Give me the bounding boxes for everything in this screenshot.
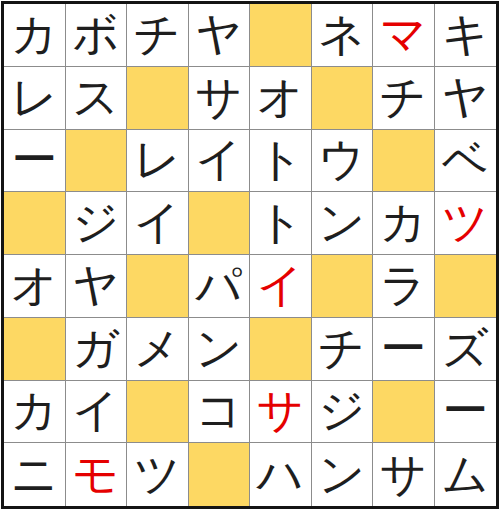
cell-letter: チ xyxy=(134,11,181,57)
letter-cell-r7c8[interactable]: ー xyxy=(435,381,497,444)
letter-cell-r7c2[interactable]: イ xyxy=(66,381,128,444)
cell-letter: ジ xyxy=(72,199,119,245)
letter-cell-r4c8[interactable]: ツ xyxy=(435,192,497,255)
cell-letter: オ xyxy=(11,262,58,308)
letter-cell-r5c1[interactable]: オ xyxy=(4,255,66,318)
letter-cell-r6c4[interactable]: ン xyxy=(189,318,251,381)
letter-cell-r6c3[interactable]: メ xyxy=(127,318,189,381)
cell-letter: ヤ xyxy=(195,11,242,57)
letter-cell-r1c1[interactable]: カ xyxy=(4,4,66,67)
letter-cell-r2c7[interactable]: チ xyxy=(373,67,435,130)
cell-letter: サ xyxy=(380,451,427,497)
cell-letter: ー xyxy=(442,387,488,433)
cell-letter: ト xyxy=(257,199,304,245)
cell-letter: ヤ xyxy=(72,262,119,308)
letter-cell-r3c4[interactable]: イ xyxy=(189,130,251,193)
letter-cell-r7c1[interactable]: カ xyxy=(4,381,66,444)
cell-letter: サ xyxy=(195,74,242,120)
letter-cell-r5c5[interactable]: イ xyxy=(250,255,312,318)
cell-letter: キ xyxy=(442,11,489,57)
letter-cell-r6c7[interactable]: ー xyxy=(373,318,435,381)
cell-letter: ズ xyxy=(442,325,489,371)
blocked-cell-r3c7 xyxy=(373,130,435,193)
cell-letter: オ xyxy=(257,74,304,120)
letter-cell-r7c5[interactable]: サ xyxy=(250,381,312,444)
blocked-cell-r4c4 xyxy=(189,192,251,255)
blocked-cell-r6c5 xyxy=(250,318,312,381)
cell-letter: イ xyxy=(72,387,119,433)
blocked-cell-r2c6 xyxy=(312,67,374,130)
cell-letter: ン xyxy=(318,199,365,245)
letter-cell-r1c6[interactable]: ネ xyxy=(312,4,374,67)
letter-cell-r8c1[interactable]: ニ xyxy=(4,443,66,506)
cell-letter: コ xyxy=(195,387,242,433)
letter-cell-r1c3[interactable]: チ xyxy=(127,4,189,67)
letter-cell-r3c1[interactable]: ー xyxy=(4,130,66,193)
cell-letter: ー xyxy=(380,325,426,371)
letter-cell-r8c6[interactable]: ン xyxy=(312,443,374,506)
letter-cell-r3c6[interactable]: ウ xyxy=(312,130,374,193)
letter-cell-r5c7[interactable]: ラ xyxy=(373,255,435,318)
blocked-cell-r5c8 xyxy=(435,255,497,318)
cell-letter: ネ xyxy=(318,11,365,57)
letter-cell-r1c7[interactable]: マ xyxy=(373,4,435,67)
cell-letter: イ xyxy=(257,262,304,308)
letter-cell-r2c8[interactable]: ヤ xyxy=(435,67,497,130)
blocked-cell-r7c3 xyxy=(127,381,189,444)
cell-letter: ツ xyxy=(442,199,489,245)
cell-letter: ガ xyxy=(72,325,119,371)
cell-letter: チ xyxy=(318,325,365,371)
letter-cell-r8c2[interactable]: モ xyxy=(66,443,128,506)
cell-letter: モ xyxy=(72,451,119,497)
cell-letter: ム xyxy=(442,451,489,497)
letter-cell-r2c4[interactable]: サ xyxy=(189,67,251,130)
letter-cell-r6c2[interactable]: ガ xyxy=(66,318,128,381)
blocked-cell-r3c2 xyxy=(66,130,128,193)
blocked-cell-r4c1 xyxy=(4,192,66,255)
cell-letter: カ xyxy=(11,11,58,57)
cell-letter: ト xyxy=(257,136,304,182)
cell-letter: ー xyxy=(11,136,57,182)
cell-letter: メ xyxy=(134,325,181,371)
cell-letter: ボ xyxy=(72,11,119,57)
letter-cell-r1c8[interactable]: キ xyxy=(435,4,497,67)
blocked-cell-r2c3 xyxy=(127,67,189,130)
blocked-cell-r6c1 xyxy=(4,318,66,381)
cell-letter: ハ xyxy=(257,451,304,497)
blocked-cell-r1c5 xyxy=(250,4,312,67)
cell-letter: ス xyxy=(72,74,119,120)
letter-cell-r8c7[interactable]: サ xyxy=(373,443,435,506)
cell-letter: ウ xyxy=(318,136,365,182)
letter-cell-r8c5[interactable]: ハ xyxy=(250,443,312,506)
letter-cell-r6c8[interactable]: ズ xyxy=(435,318,497,381)
letter-cell-r5c4[interactable]: パ xyxy=(189,255,251,318)
cell-letter: ニ xyxy=(11,451,58,497)
letter-cell-r3c8[interactable]: ベ xyxy=(435,130,497,193)
cell-letter: ジ xyxy=(318,387,365,433)
cell-letter: ラ xyxy=(380,262,427,308)
letter-cell-r3c3[interactable]: レ xyxy=(127,130,189,193)
cell-letter: サ xyxy=(257,387,304,433)
letter-cell-r1c4[interactable]: ヤ xyxy=(189,4,251,67)
cell-letter: マ xyxy=(380,11,427,57)
letter-cell-r4c3[interactable]: イ xyxy=(127,192,189,255)
letter-cell-r1c2[interactable]: ボ xyxy=(66,4,128,67)
blocked-cell-r5c6 xyxy=(312,255,374,318)
cell-letter: ヤ xyxy=(442,74,489,120)
cell-letter: ベ xyxy=(442,136,489,182)
letter-cell-r2c5[interactable]: オ xyxy=(250,67,312,130)
cell-letter: カ xyxy=(11,387,58,433)
cell-letter: レ xyxy=(11,74,58,120)
crossword-board: カボチヤネマキレスサオチヤーレイトウベジイトンカツオヤパイラガメンチーズカイコサ… xyxy=(1,1,499,509)
cell-letter: チ xyxy=(380,74,427,120)
letter-cell-r4c2[interactable]: ジ xyxy=(66,192,128,255)
letter-cell-r3c5[interactable]: ト xyxy=(250,130,312,193)
letter-cell-r4c5[interactable]: ト xyxy=(250,192,312,255)
cell-letter: イ xyxy=(195,136,242,182)
letter-cell-r6c6[interactable]: チ xyxy=(312,318,374,381)
letter-cell-r8c3[interactable]: ツ xyxy=(127,443,189,506)
cell-letter: パ xyxy=(195,262,242,308)
letter-cell-r5c2[interactable]: ヤ xyxy=(66,255,128,318)
cell-letter: イ xyxy=(134,199,181,245)
letter-cell-r7c4[interactable]: コ xyxy=(189,381,251,444)
blocked-cell-r5c3 xyxy=(127,255,189,318)
cell-letter: ツ xyxy=(134,451,181,497)
letter-cell-r8c8[interactable]: ム xyxy=(435,443,497,506)
letter-cell-r7c6[interactable]: ジ xyxy=(312,381,374,444)
cell-letter: カ xyxy=(380,199,427,245)
blocked-cell-r7c7 xyxy=(373,381,435,444)
cell-letter: ン xyxy=(195,325,242,371)
letter-cell-r2c2[interactable]: ス xyxy=(66,67,128,130)
letter-cell-r2c1[interactable]: レ xyxy=(4,67,66,130)
letter-cell-r4c6[interactable]: ン xyxy=(312,192,374,255)
blocked-cell-r8c4 xyxy=(189,443,251,506)
letter-cell-r4c7[interactable]: カ xyxy=(373,192,435,255)
cell-letter: ン xyxy=(318,451,365,497)
cell-letter: レ xyxy=(134,136,181,182)
